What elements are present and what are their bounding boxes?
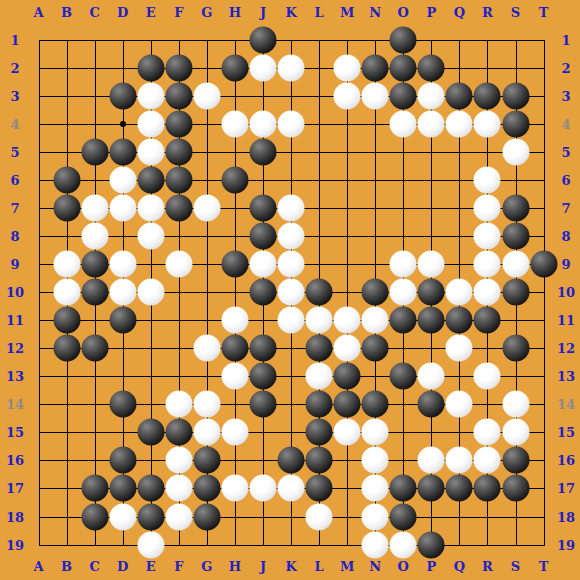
stone-black-E2[interactable] bbox=[137, 54, 164, 81]
stone-white-M3[interactable] bbox=[334, 82, 361, 109]
stone-white-D18[interactable] bbox=[109, 503, 136, 530]
column-label-bottom: N bbox=[369, 560, 381, 573]
row-label-left: 15 bbox=[6, 426, 24, 439]
row-label-left: 7 bbox=[10, 201, 19, 214]
stone-black-D16[interactable] bbox=[109, 447, 136, 474]
stone-white-S9[interactable] bbox=[502, 250, 529, 277]
stone-white-K10[interactable] bbox=[278, 279, 305, 306]
row-label-left: 18 bbox=[6, 510, 24, 523]
grid-line-vertical bbox=[347, 40, 348, 546]
row-label-right: 5 bbox=[561, 145, 570, 158]
column-label-bottom: K bbox=[285, 560, 296, 573]
stone-white-K9[interactable] bbox=[278, 250, 305, 277]
stone-black-E15[interactable] bbox=[137, 419, 164, 446]
stone-black-S3[interactable] bbox=[502, 82, 529, 109]
stone-black-B12[interactable] bbox=[53, 335, 80, 362]
column-label-top: O bbox=[398, 6, 409, 19]
stone-white-P13[interactable] bbox=[418, 363, 445, 390]
stone-black-C5[interactable] bbox=[81, 138, 108, 165]
stone-white-K7[interactable] bbox=[278, 194, 305, 221]
stone-white-O19[interactable] bbox=[390, 531, 417, 558]
stone-black-H6[interactable] bbox=[221, 166, 248, 193]
stone-black-G16[interactable] bbox=[193, 447, 220, 474]
row-label-right: 13 bbox=[557, 370, 575, 383]
column-label-bottom: F bbox=[174, 560, 183, 573]
row-label-right: 1 bbox=[561, 33, 570, 46]
column-label-top: G bbox=[201, 6, 212, 19]
stone-black-F6[interactable] bbox=[165, 166, 192, 193]
stone-black-D11[interactable] bbox=[109, 307, 136, 334]
stone-white-E5[interactable] bbox=[137, 138, 164, 165]
stone-black-L17[interactable] bbox=[306, 475, 333, 502]
stone-white-P4[interactable] bbox=[418, 110, 445, 137]
row-label-right: 4 bbox=[561, 117, 570, 130]
stone-white-P16[interactable] bbox=[418, 447, 445, 474]
stone-white-M2[interactable] bbox=[334, 54, 361, 81]
stone-white-Q14[interactable] bbox=[446, 391, 473, 418]
star-point-D4 bbox=[120, 121, 126, 127]
column-label-bottom: C bbox=[89, 560, 99, 573]
stone-white-S15[interactable] bbox=[502, 419, 529, 446]
stone-white-F16[interactable] bbox=[165, 447, 192, 474]
stone-white-E7[interactable] bbox=[137, 194, 164, 221]
row-label-right: 11 bbox=[557, 314, 575, 327]
row-label-right: 16 bbox=[557, 454, 575, 467]
row-label-right: 12 bbox=[557, 342, 575, 355]
stone-white-M11[interactable] bbox=[334, 307, 361, 334]
row-label-left: 4 bbox=[10, 117, 19, 130]
stone-white-E3[interactable] bbox=[137, 82, 164, 109]
go-board: AABBCCDDEEFFGGHHJJKKLLMMNNOOPPQQRRSSTT11… bbox=[0, 0, 580, 580]
row-label-left: 17 bbox=[6, 482, 24, 495]
stone-white-L13[interactable] bbox=[306, 363, 333, 390]
stone-white-D9[interactable] bbox=[109, 250, 136, 277]
stone-white-N16[interactable] bbox=[362, 447, 389, 474]
stone-white-D6[interactable] bbox=[109, 166, 136, 193]
stone-black-N2[interactable] bbox=[362, 54, 389, 81]
stone-black-S8[interactable] bbox=[502, 222, 529, 249]
stone-white-K4[interactable] bbox=[278, 110, 305, 137]
row-label-left: 6 bbox=[10, 173, 19, 186]
column-label-top: D bbox=[117, 6, 128, 19]
column-label-bottom: P bbox=[426, 560, 436, 573]
column-label-bottom: M bbox=[340, 560, 354, 573]
column-label-top: F bbox=[174, 6, 183, 19]
stone-black-S10[interactable] bbox=[502, 279, 529, 306]
stone-white-Q10[interactable] bbox=[446, 279, 473, 306]
stone-white-O9[interactable] bbox=[390, 250, 417, 277]
column-label-top: T bbox=[539, 6, 549, 19]
column-label-top: M bbox=[340, 6, 354, 19]
stone-black-T9[interactable] bbox=[530, 250, 557, 277]
stone-black-J10[interactable] bbox=[249, 279, 276, 306]
column-label-bottom: B bbox=[61, 560, 72, 573]
column-label-bottom: O bbox=[398, 560, 409, 573]
stone-black-S17[interactable] bbox=[502, 475, 529, 502]
column-label-top: R bbox=[482, 6, 493, 19]
stone-white-R9[interactable] bbox=[474, 250, 501, 277]
stone-white-H13[interactable] bbox=[221, 363, 248, 390]
stone-white-M15[interactable] bbox=[334, 419, 361, 446]
stone-black-R3[interactable] bbox=[474, 82, 501, 109]
stone-white-L11[interactable] bbox=[306, 307, 333, 334]
stone-white-E4[interactable] bbox=[137, 110, 164, 137]
stone-white-Q4[interactable] bbox=[446, 110, 473, 137]
row-label-left: 11 bbox=[6, 314, 24, 327]
stone-black-E6[interactable] bbox=[137, 166, 164, 193]
stone-white-E10[interactable] bbox=[137, 279, 164, 306]
stone-black-P11[interactable] bbox=[418, 307, 445, 334]
stone-black-C9[interactable] bbox=[81, 250, 108, 277]
stone-white-E8[interactable] bbox=[137, 222, 164, 249]
stone-black-B6[interactable] bbox=[53, 166, 80, 193]
stone-white-N19[interactable] bbox=[362, 531, 389, 558]
stone-white-E19[interactable] bbox=[137, 531, 164, 558]
stone-black-D5[interactable] bbox=[109, 138, 136, 165]
row-label-left: 16 bbox=[6, 454, 24, 467]
stone-white-R13[interactable] bbox=[474, 363, 501, 390]
stone-white-G7[interactable] bbox=[193, 194, 220, 221]
column-label-top: L bbox=[315, 6, 324, 19]
column-label-top: A bbox=[33, 6, 43, 19]
stone-white-N17[interactable] bbox=[362, 475, 389, 502]
stone-white-R8[interactable] bbox=[474, 222, 501, 249]
stone-black-O13[interactable] bbox=[390, 363, 417, 390]
stone-white-R6[interactable] bbox=[474, 166, 501, 193]
stone-white-H4[interactable] bbox=[221, 110, 248, 137]
column-label-top: E bbox=[146, 6, 156, 19]
column-label-top: Q bbox=[454, 6, 465, 19]
stone-black-O3[interactable] bbox=[390, 82, 417, 109]
row-label-left: 9 bbox=[10, 257, 19, 270]
column-label-top: H bbox=[229, 6, 241, 19]
stone-white-R10[interactable] bbox=[474, 279, 501, 306]
stone-white-K11[interactable] bbox=[278, 307, 305, 334]
row-label-left: 2 bbox=[10, 61, 19, 74]
stone-white-N11[interactable] bbox=[362, 307, 389, 334]
stone-white-L18[interactable] bbox=[306, 503, 333, 530]
stone-black-L14[interactable] bbox=[306, 391, 333, 418]
stone-black-J7[interactable] bbox=[249, 194, 276, 221]
stone-white-J2[interactable] bbox=[249, 54, 276, 81]
column-label-bottom: A bbox=[33, 560, 43, 573]
stone-white-F18[interactable] bbox=[165, 503, 192, 530]
stone-black-P19[interactable] bbox=[418, 531, 445, 558]
stone-black-F7[interactable] bbox=[165, 194, 192, 221]
stone-black-P2[interactable] bbox=[418, 54, 445, 81]
row-label-left: 10 bbox=[6, 286, 24, 299]
row-label-right: 3 bbox=[561, 89, 570, 102]
stone-black-F2[interactable] bbox=[165, 54, 192, 81]
row-label-right: 9 bbox=[561, 257, 570, 270]
stone-white-N15[interactable] bbox=[362, 419, 389, 446]
stone-black-M14[interactable] bbox=[334, 391, 361, 418]
stone-black-C10[interactable] bbox=[81, 279, 108, 306]
stone-white-H15[interactable] bbox=[221, 419, 248, 446]
column-label-bottom: T bbox=[539, 560, 549, 573]
column-label-top: C bbox=[89, 6, 99, 19]
stone-white-N3[interactable] bbox=[362, 82, 389, 109]
stone-black-Q3[interactable] bbox=[446, 82, 473, 109]
row-label-right: 2 bbox=[561, 61, 570, 74]
stone-white-J4[interactable] bbox=[249, 110, 276, 137]
row-label-right: 7 bbox=[561, 201, 570, 214]
column-label-bottom: H bbox=[229, 560, 241, 573]
stone-black-C17[interactable] bbox=[81, 475, 108, 502]
stone-black-J5[interactable] bbox=[249, 138, 276, 165]
stone-black-J12[interactable] bbox=[249, 335, 276, 362]
column-label-top: N bbox=[369, 6, 381, 19]
row-label-left: 19 bbox=[6, 538, 24, 551]
column-label-top: K bbox=[285, 6, 296, 19]
stone-black-L10[interactable] bbox=[306, 279, 333, 306]
row-label-left: 3 bbox=[10, 89, 19, 102]
stone-black-J1[interactable] bbox=[249, 26, 276, 53]
stone-black-B11[interactable] bbox=[53, 307, 80, 334]
row-label-right: 6 bbox=[561, 173, 570, 186]
stone-white-S14[interactable] bbox=[502, 391, 529, 418]
stone-black-E18[interactable] bbox=[137, 503, 164, 530]
column-label-bottom: R bbox=[482, 560, 493, 573]
stone-black-F3[interactable] bbox=[165, 82, 192, 109]
stone-white-D10[interactable] bbox=[109, 279, 136, 306]
column-label-bottom: Q bbox=[454, 560, 465, 573]
stone-black-D3[interactable] bbox=[109, 82, 136, 109]
column-label-bottom: D bbox=[117, 560, 128, 573]
stone-black-L12[interactable] bbox=[306, 335, 333, 362]
row-label-right: 19 bbox=[557, 538, 575, 551]
stone-black-B7[interactable] bbox=[53, 194, 80, 221]
stone-black-O2[interactable] bbox=[390, 54, 417, 81]
stone-white-O10[interactable] bbox=[390, 279, 417, 306]
stone-white-G14[interactable] bbox=[193, 391, 220, 418]
stone-black-F5[interactable] bbox=[165, 138, 192, 165]
column-label-top: B bbox=[61, 6, 72, 19]
row-label-left: 12 bbox=[6, 342, 24, 355]
stone-white-C7[interactable] bbox=[81, 194, 108, 221]
stone-white-H17[interactable] bbox=[221, 475, 248, 502]
row-label-right: 8 bbox=[561, 229, 570, 242]
column-label-top: J bbox=[260, 6, 266, 19]
stone-white-F17[interactable] bbox=[165, 475, 192, 502]
stone-white-R7[interactable] bbox=[474, 194, 501, 221]
stone-black-O11[interactable] bbox=[390, 307, 417, 334]
column-label-bottom: G bbox=[201, 560, 212, 573]
stone-black-D17[interactable] bbox=[109, 475, 136, 502]
row-label-left: 5 bbox=[10, 145, 19, 158]
stone-black-M13[interactable] bbox=[334, 363, 361, 390]
stone-black-P17[interactable] bbox=[418, 475, 445, 502]
column-label-bottom: E bbox=[146, 560, 156, 573]
column-label-top: S bbox=[511, 6, 520, 19]
stone-black-J13[interactable] bbox=[249, 363, 276, 390]
stone-white-J17[interactable] bbox=[249, 475, 276, 502]
stone-white-O4[interactable] bbox=[390, 110, 417, 137]
stone-white-F14[interactable] bbox=[165, 391, 192, 418]
row-label-right: 15 bbox=[557, 426, 575, 439]
stone-white-R15[interactable] bbox=[474, 419, 501, 446]
stone-white-Q12[interactable] bbox=[446, 335, 473, 362]
stone-black-N14[interactable] bbox=[362, 391, 389, 418]
stone-black-E17[interactable] bbox=[137, 475, 164, 502]
stone-white-R4[interactable] bbox=[474, 110, 501, 137]
stone-black-C18[interactable] bbox=[81, 503, 108, 530]
row-label-right: 17 bbox=[557, 482, 575, 495]
stone-black-S16[interactable] bbox=[502, 447, 529, 474]
stone-black-H9[interactable] bbox=[221, 250, 248, 277]
stone-white-G12[interactable] bbox=[193, 335, 220, 362]
row-label-left: 1 bbox=[10, 33, 19, 46]
stone-black-Q17[interactable] bbox=[446, 475, 473, 502]
stone-white-P3[interactable] bbox=[418, 82, 445, 109]
stone-black-H2[interactable] bbox=[221, 54, 248, 81]
stone-black-C12[interactable] bbox=[81, 335, 108, 362]
stone-black-O18[interactable] bbox=[390, 503, 417, 530]
row-label-left: 8 bbox=[10, 229, 19, 242]
column-label-bottom: S bbox=[511, 560, 520, 573]
stone-black-H12[interactable] bbox=[221, 335, 248, 362]
stone-black-N10[interactable] bbox=[362, 279, 389, 306]
stone-white-N18[interactable] bbox=[362, 503, 389, 530]
stone-black-F15[interactable] bbox=[165, 419, 192, 446]
stone-black-N12[interactable] bbox=[362, 335, 389, 362]
stone-black-R17[interactable] bbox=[474, 475, 501, 502]
stone-black-O1[interactable] bbox=[390, 26, 417, 53]
stone-black-J8[interactable] bbox=[249, 222, 276, 249]
stone-black-S7[interactable] bbox=[502, 194, 529, 221]
stone-white-P9[interactable] bbox=[418, 250, 445, 277]
stone-white-H11[interactable] bbox=[221, 307, 248, 334]
stone-white-M12[interactable] bbox=[334, 335, 361, 362]
stone-white-J9[interactable] bbox=[249, 250, 276, 277]
stone-black-J14[interactable] bbox=[249, 391, 276, 418]
stone-white-K17[interactable] bbox=[278, 475, 305, 502]
stone-white-Q16[interactable] bbox=[446, 447, 473, 474]
stone-white-G15[interactable] bbox=[193, 419, 220, 446]
stone-black-L16[interactable] bbox=[306, 447, 333, 474]
stone-white-B10[interactable] bbox=[53, 279, 80, 306]
stone-white-D7[interactable] bbox=[109, 194, 136, 221]
column-label-top: P bbox=[426, 6, 436, 19]
stone-white-K2[interactable] bbox=[278, 54, 305, 81]
stone-black-G18[interactable] bbox=[193, 503, 220, 530]
stone-white-S5[interactable] bbox=[502, 138, 529, 165]
stone-black-S4[interactable] bbox=[502, 110, 529, 137]
stone-white-G3[interactable] bbox=[193, 82, 220, 109]
stone-black-K16[interactable] bbox=[278, 447, 305, 474]
row-label-right: 10 bbox=[557, 286, 575, 299]
stone-black-Q11[interactable] bbox=[446, 307, 473, 334]
stone-black-F4[interactable] bbox=[165, 110, 192, 137]
stone-black-P10[interactable] bbox=[418, 279, 445, 306]
stone-black-P14[interactable] bbox=[418, 391, 445, 418]
grid-line-horizontal bbox=[39, 432, 545, 433]
stone-black-G17[interactable] bbox=[193, 475, 220, 502]
stone-white-K8[interactable] bbox=[278, 222, 305, 249]
stone-white-R16[interactable] bbox=[474, 447, 501, 474]
row-label-right: 18 bbox=[557, 510, 575, 523]
row-label-right: 14 bbox=[557, 398, 575, 411]
column-label-bottom: J bbox=[260, 560, 266, 573]
column-label-bottom: L bbox=[315, 560, 324, 573]
stone-black-R11[interactable] bbox=[474, 307, 501, 334]
stone-white-C8[interactable] bbox=[81, 222, 108, 249]
stone-black-L15[interactable] bbox=[306, 419, 333, 446]
stone-white-F9[interactable] bbox=[165, 250, 192, 277]
stone-black-O17[interactable] bbox=[390, 475, 417, 502]
stone-black-D14[interactable] bbox=[109, 391, 136, 418]
row-label-left: 13 bbox=[6, 370, 24, 383]
grid-line-horizontal bbox=[39, 376, 545, 377]
stone-white-B9[interactable] bbox=[53, 250, 80, 277]
stone-black-S12[interactable] bbox=[502, 335, 529, 362]
row-label-left: 14 bbox=[6, 398, 24, 411]
